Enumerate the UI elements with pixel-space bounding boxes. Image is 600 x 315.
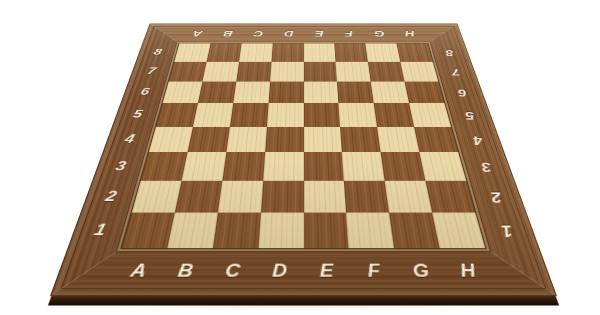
square-c6	[233, 81, 270, 103]
file-label: E	[304, 24, 335, 44]
square-e4	[304, 127, 343, 153]
square-b6	[198, 81, 236, 103]
rank-label: 8	[136, 43, 180, 61]
square-f3	[342, 152, 385, 181]
file-label: C	[241, 24, 273, 44]
square-f6	[337, 81, 374, 103]
square-f2	[344, 181, 389, 213]
rank-label: 7	[128, 62, 174, 82]
square-f8	[335, 43, 369, 61]
square-g3	[381, 152, 426, 181]
rank-label: 1	[475, 213, 539, 248]
square-c8	[239, 43, 273, 61]
square-a5	[156, 103, 198, 127]
square-g1	[389, 213, 439, 248]
square-c2	[218, 181, 263, 213]
square-g6	[371, 81, 409, 103]
file-label: H	[392, 24, 427, 44]
rank-label: 5	[112, 103, 163, 127]
square-b5	[193, 103, 233, 127]
square-b1	[167, 213, 217, 248]
rank-label: 1	[68, 213, 132, 248]
square-g7	[368, 62, 404, 82]
file-label: G	[363, 24, 397, 44]
file-labels-bottom: ABCDEFGH	[108, 248, 498, 296]
product-photo-stage: ABCDEFGH ABCDEFGH 87654321 87654321	[0, 0, 600, 315]
square-b4	[187, 127, 229, 153]
square-c5	[230, 103, 269, 127]
square-g8	[366, 43, 401, 61]
square-c3	[222, 152, 265, 181]
rank-label: 6	[121, 81, 169, 103]
square-e8	[304, 43, 336, 61]
square-b3	[181, 152, 226, 181]
square-b2	[175, 181, 222, 213]
square-b7	[202, 62, 238, 82]
square-f7	[336, 62, 371, 82]
square-a7	[169, 62, 207, 82]
square-d1	[258, 213, 303, 248]
square-e2	[304, 181, 347, 213]
square-d2	[261, 181, 304, 213]
square-e6	[304, 81, 339, 103]
file-label: F	[333, 24, 365, 44]
square-d7	[270, 62, 304, 82]
square-a6	[163, 81, 203, 103]
file-label: B	[210, 24, 244, 44]
square-d6	[268, 81, 303, 103]
file-label: E	[304, 248, 353, 296]
square-h8	[397, 43, 433, 61]
rank-label: 2	[466, 181, 526, 213]
square-g5	[374, 103, 414, 127]
rank-label: 6	[438, 81, 486, 103]
square-a4	[149, 127, 193, 153]
square-c4	[226, 127, 267, 153]
file-label: D	[272, 24, 303, 44]
square-f5	[339, 103, 378, 127]
rank-label: 4	[103, 127, 156, 153]
square-c1	[213, 213, 261, 248]
file-labels-top: ABCDEFGH	[179, 24, 427, 44]
file-label: A	[179, 24, 214, 44]
file-label: D	[255, 248, 304, 296]
square-b8	[207, 43, 242, 61]
rank-label: 5	[444, 103, 495, 127]
rank-label: 3	[458, 152, 515, 181]
chess-board: ABCDEFGH ABCDEFGH 87654321 87654321	[50, 24, 557, 297]
square-a3	[141, 152, 188, 181]
rank-label: 2	[81, 181, 141, 213]
square-g4	[377, 127, 419, 153]
square-d3	[263, 152, 304, 181]
square-e5	[304, 103, 341, 127]
file-label: B	[157, 248, 213, 296]
rank-label: 3	[92, 152, 149, 181]
board-side-edge	[48, 296, 559, 306]
playing-field	[122, 43, 485, 248]
square-d4	[265, 127, 304, 153]
rank-label: 7	[433, 62, 479, 82]
square-f4	[340, 127, 381, 153]
file-label: C	[206, 248, 258, 296]
square-c7	[236, 62, 271, 82]
board-grid	[122, 43, 485, 248]
square-e3	[304, 152, 345, 181]
square-f1	[346, 213, 394, 248]
square-e1	[304, 213, 349, 248]
file-label: F	[349, 248, 401, 296]
square-g2	[385, 181, 432, 213]
rank-label: 4	[451, 127, 504, 153]
square-a8	[174, 43, 210, 61]
rank-label: 8	[428, 43, 472, 61]
square-d5	[267, 103, 304, 127]
square-d8	[271, 43, 303, 61]
square-e7	[304, 62, 338, 82]
